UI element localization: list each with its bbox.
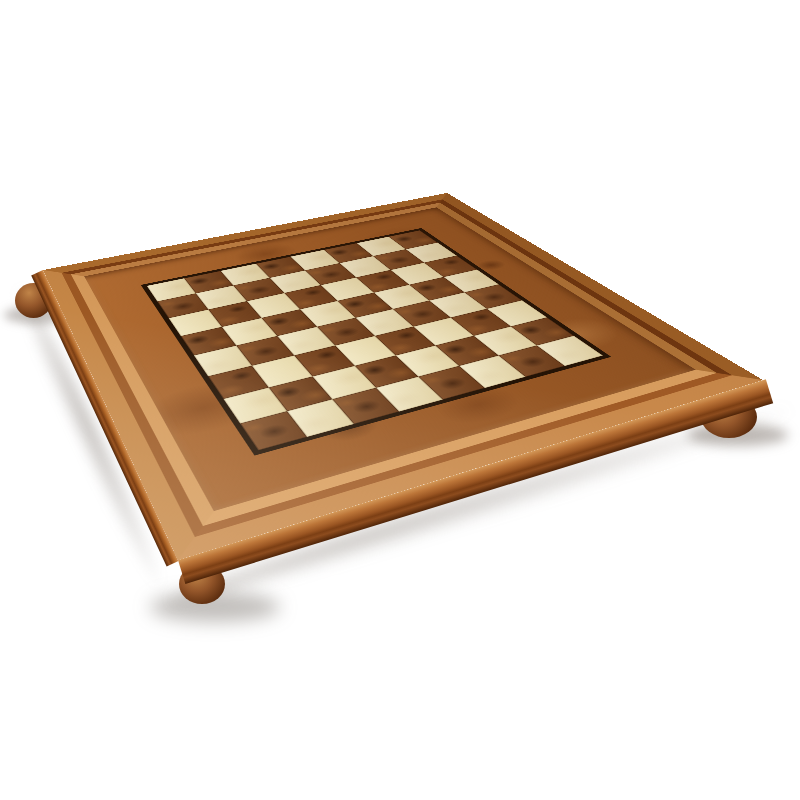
product-photo xyxy=(0,0,800,800)
